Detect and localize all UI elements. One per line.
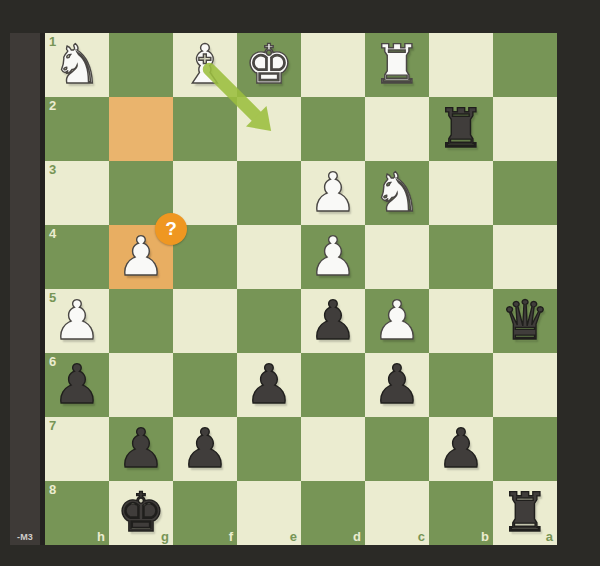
square-b2[interactable]: ♜ <box>429 97 493 161</box>
square-d1[interactable] <box>301 33 365 97</box>
square-d6[interactable] <box>301 353 365 417</box>
rank-label-4: 4 <box>49 226 56 241</box>
square-f2[interactable] <box>173 97 237 161</box>
square-h4[interactable]: 4 <box>45 225 109 289</box>
rank-label-7: 7 <box>49 418 56 433</box>
square-g6[interactable] <box>109 353 173 417</box>
file-label-c: c <box>418 529 425 544</box>
mistake-symbol: ? <box>165 218 177 240</box>
square-e5[interactable] <box>237 289 301 353</box>
square-d8[interactable]: d <box>301 481 365 545</box>
square-d5[interactable]: ♟ <box>301 289 365 353</box>
white-pawn[interactable]: ♟ <box>365 289 429 353</box>
square-g2[interactable] <box>109 97 173 161</box>
black-pawn[interactable]: ♟ <box>173 417 237 481</box>
rank-label-8: 8 <box>49 482 56 497</box>
square-e8[interactable]: e <box>237 481 301 545</box>
square-f7[interactable]: ♟ <box>173 417 237 481</box>
square-h2[interactable]: 2 <box>45 97 109 161</box>
square-a7[interactable] <box>493 417 557 481</box>
square-f3[interactable] <box>173 161 237 225</box>
square-b1[interactable] <box>429 33 493 97</box>
white-rook[interactable]: ♜ <box>365 33 429 97</box>
square-h5[interactable]: 5♟ <box>45 289 109 353</box>
square-a3[interactable] <box>493 161 557 225</box>
square-g1[interactable] <box>109 33 173 97</box>
file-label-e: e <box>290 529 297 544</box>
square-c1[interactable]: ♜ <box>365 33 429 97</box>
square-a8[interactable]: a♜ <box>493 481 557 545</box>
square-d7[interactable] <box>301 417 365 481</box>
square-b8[interactable]: b <box>429 481 493 545</box>
file-label-d: d <box>353 529 361 544</box>
square-b3[interactable] <box>429 161 493 225</box>
square-h6[interactable]: 6♟ <box>45 353 109 417</box>
square-f8[interactable]: f <box>173 481 237 545</box>
black-pawn[interactable]: ♟ <box>429 417 493 481</box>
board-area: 1♞♝♚♜2♜3♟♞4♟♟5♟♟♟♛6♟♟♟7♟♟♟8hg♚fedcba♜ ? <box>45 33 557 545</box>
square-h1[interactable]: 1♞ <box>45 33 109 97</box>
square-b4[interactable] <box>429 225 493 289</box>
black-pawn[interactable]: ♟ <box>237 353 301 417</box>
square-d3[interactable]: ♟ <box>301 161 365 225</box>
rank-label-2: 2 <box>49 98 56 113</box>
square-c4[interactable] <box>365 225 429 289</box>
square-f5[interactable] <box>173 289 237 353</box>
square-c2[interactable] <box>365 97 429 161</box>
square-g5[interactable] <box>109 289 173 353</box>
file-label-b: b <box>481 529 489 544</box>
black-queen[interactable]: ♛ <box>493 289 557 353</box>
mistake-badge: ? <box>155 213 187 245</box>
black-rook[interactable]: ♜ <box>493 481 557 545</box>
square-h7[interactable]: 7 <box>45 417 109 481</box>
square-b5[interactable] <box>429 289 493 353</box>
square-b7[interactable]: ♟ <box>429 417 493 481</box>
white-pawn[interactable]: ♟ <box>301 225 365 289</box>
rank-label-3: 3 <box>49 162 56 177</box>
square-e7[interactable] <box>237 417 301 481</box>
square-c7[interactable] <box>365 417 429 481</box>
square-a1[interactable] <box>493 33 557 97</box>
square-e3[interactable] <box>237 161 301 225</box>
evaluation-bar: -M3 <box>10 33 40 545</box>
square-a2[interactable] <box>493 97 557 161</box>
square-e4[interactable] <box>237 225 301 289</box>
square-e1[interactable]: ♚ <box>237 33 301 97</box>
white-knight[interactable]: ♞ <box>365 161 429 225</box>
square-e2[interactable] <box>237 97 301 161</box>
square-c3[interactable]: ♞ <box>365 161 429 225</box>
square-a6[interactable] <box>493 353 557 417</box>
white-pawn[interactable]: ♟ <box>45 289 109 353</box>
square-c5[interactable]: ♟ <box>365 289 429 353</box>
black-pawn[interactable]: ♟ <box>109 417 173 481</box>
square-e6[interactable]: ♟ <box>237 353 301 417</box>
black-pawn[interactable]: ♟ <box>365 353 429 417</box>
square-a5[interactable]: ♛ <box>493 289 557 353</box>
square-b6[interactable] <box>429 353 493 417</box>
white-knight[interactable]: ♞ <box>45 33 109 97</box>
white-king[interactable]: ♚ <box>237 33 301 97</box>
square-c6[interactable]: ♟ <box>365 353 429 417</box>
white-bishop[interactable]: ♝ <box>173 33 237 97</box>
black-rook[interactable]: ♜ <box>429 97 493 161</box>
square-f1[interactable]: ♝ <box>173 33 237 97</box>
square-h3[interactable]: 3 <box>45 161 109 225</box>
square-f6[interactable] <box>173 353 237 417</box>
file-label-f: f <box>229 529 233 544</box>
chess-board[interactable]: 1♞♝♚♜2♜3♟♞4♟♟5♟♟♟♛6♟♟♟7♟♟♟8hg♚fedcba♜ <box>45 33 557 545</box>
square-d4[interactable]: ♟ <box>301 225 365 289</box>
white-pawn[interactable]: ♟ <box>301 161 365 225</box>
square-h8[interactable]: 8h <box>45 481 109 545</box>
square-g8[interactable]: g♚ <box>109 481 173 545</box>
evaluation-label: -M3 <box>10 532 40 542</box>
black-pawn[interactable]: ♟ <box>45 353 109 417</box>
black-king[interactable]: ♚ <box>109 481 173 545</box>
square-g7[interactable]: ♟ <box>109 417 173 481</box>
analysis-view: -M3 1♞♝♚♜2♜3♟♞4♟♟5♟♟♟♛6♟♟♟7♟♟♟8hg♚fedcba… <box>0 0 600 566</box>
black-pawn[interactable]: ♟ <box>301 289 365 353</box>
square-c8[interactable]: c <box>365 481 429 545</box>
square-a4[interactable] <box>493 225 557 289</box>
square-d2[interactable] <box>301 97 365 161</box>
file-label-h: h <box>97 529 105 544</box>
